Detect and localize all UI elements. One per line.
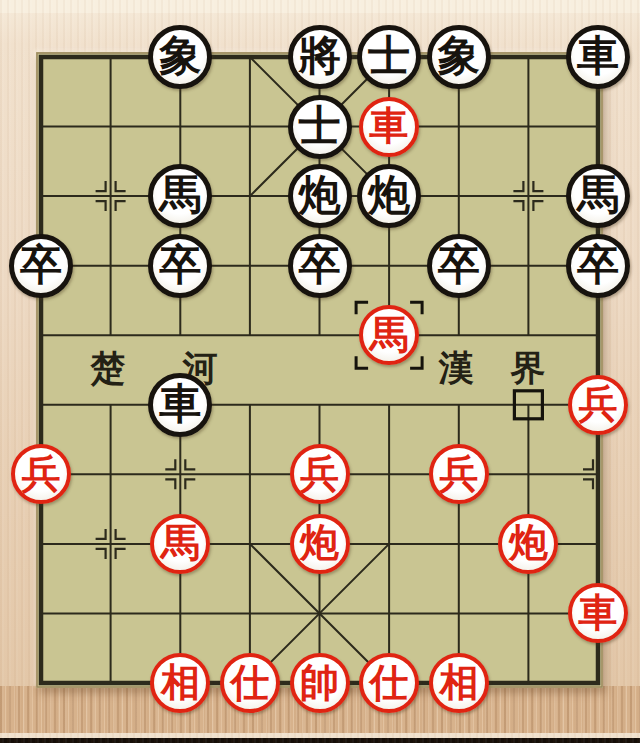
piece-black-cannon[interactable]: 炮 [288,164,352,228]
piece-glyph: 車 [579,593,618,632]
piece-black-soldier[interactable]: 卒 [288,234,352,298]
piece-black-general[interactable]: 將 [288,25,352,89]
piece-red-elephant[interactable]: 相 [150,653,210,713]
piece-glyph: 車 [159,383,201,425]
piece-glyph: 象 [438,35,480,77]
piece-black-advisor[interactable]: 士 [288,95,352,159]
piece-black-chariot[interactable]: 車 [566,25,630,89]
piece-red-horse[interactable]: 馬 [150,514,210,574]
piece-red-soldier[interactable]: 兵 [429,444,489,504]
piece-black-elephant[interactable]: 象 [148,25,212,89]
piece-glyph: 馬 [161,523,200,562]
piece-glyph: 車 [370,106,409,145]
piece-red-soldier[interactable]: 兵 [11,444,71,504]
piece-glyph: 仕 [370,663,409,702]
piece-red-cannon[interactable]: 炮 [290,514,350,574]
piece-red-general[interactable]: 帥 [290,653,350,713]
piece-red-cannon[interactable]: 炮 [498,514,558,574]
piece-glyph: 士 [368,35,410,77]
piece-black-elephant[interactable]: 象 [427,25,491,89]
piece-red-horse[interactable]: 馬 [359,305,419,365]
piece-red-soldier[interactable]: 兵 [568,375,628,435]
piece-red-chariot[interactable]: 車 [359,97,419,157]
piece-glyph: 卒 [20,244,62,286]
pieces-layer: 象將士象車士車馬炮炮馬卒卒卒卒卒馬車兵兵兵兵馬炮炮車相仕帥仕相 [0,0,640,743]
piece-glyph: 炮 [509,523,548,562]
piece-black-soldier[interactable]: 卒 [148,234,212,298]
piece-glyph: 士 [299,105,341,147]
piece-red-soldier[interactable]: 兵 [290,444,350,504]
piece-glyph: 馬 [370,315,409,354]
piece-red-advisor[interactable]: 仕 [359,653,419,713]
piece-glyph: 帥 [300,663,339,702]
piece-black-cannon[interactable]: 炮 [357,164,421,228]
piece-black-horse[interactable]: 馬 [148,164,212,228]
piece-glyph: 馬 [159,174,201,216]
piece-glyph: 卒 [159,244,201,286]
piece-glyph: 兵 [22,454,61,493]
piece-black-soldier[interactable]: 卒 [9,234,73,298]
piece-black-advisor[interactable]: 士 [357,25,421,89]
piece-black-horse[interactable]: 馬 [566,164,630,228]
piece-glyph: 卒 [299,244,341,286]
piece-glyph: 仕 [230,663,269,702]
piece-glyph: 炮 [299,174,341,216]
piece-black-soldier[interactable]: 卒 [566,234,630,298]
piece-glyph: 炮 [368,174,410,216]
piece-glyph: 卒 [577,244,619,286]
piece-glyph: 卒 [438,244,480,286]
piece-glyph: 車 [577,35,619,77]
piece-glyph: 兵 [439,454,478,493]
piece-glyph: 兵 [300,454,339,493]
piece-black-soldier[interactable]: 卒 [427,234,491,298]
piece-glyph: 馬 [577,174,619,216]
piece-glyph: 相 [161,663,200,702]
xiangqi-app: 楚 河 漢 界 象將士象車士車馬炮炮馬卒卒卒卒卒馬車兵兵兵兵馬炮炮車相仕帥仕相 [0,0,640,743]
piece-glyph: 炮 [300,523,339,562]
piece-glyph: 象 [159,35,201,77]
piece-red-chariot[interactable]: 車 [568,583,628,643]
piece-glyph: 兵 [579,384,618,423]
piece-glyph: 將 [299,35,341,77]
piece-red-advisor[interactable]: 仕 [220,653,280,713]
piece-glyph: 相 [439,663,478,702]
piece-black-chariot[interactable]: 車 [148,373,212,437]
piece-red-elephant[interactable]: 相 [429,653,489,713]
